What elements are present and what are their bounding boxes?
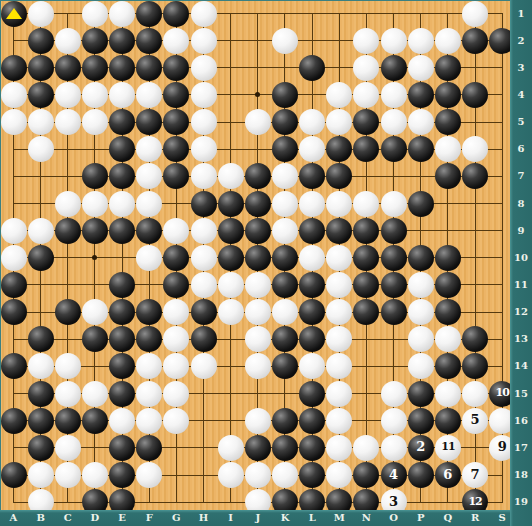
row-label-15: 15 xyxy=(510,386,532,402)
coordinate-strip-right: 12345678910111213141516171819 xyxy=(510,0,532,526)
white-stone-K18[interactable] xyxy=(272,462,298,488)
black-stone-F9[interactable] xyxy=(136,218,162,244)
black-stone-G1[interactable] xyxy=(163,1,189,27)
black-stone-C3[interactable] xyxy=(55,55,81,81)
white-stone-K2[interactable] xyxy=(272,28,298,54)
black-stone-D3[interactable] xyxy=(82,55,108,81)
white-stone-R16[interactable]: 5 xyxy=(462,408,488,434)
white-stone-P5[interactable] xyxy=(408,109,434,135)
black-stone-E9[interactable] xyxy=(109,218,135,244)
black-stone-O3[interactable] xyxy=(381,55,407,81)
coordinate-strip-bottom: ABCDEFGHIJKLMNOPQRS xyxy=(0,510,510,526)
black-stone-D9[interactable] xyxy=(82,218,108,244)
column-label-G: G xyxy=(166,511,186,525)
move-number: 11 xyxy=(441,441,454,452)
white-stone-G9[interactable] xyxy=(163,218,189,244)
black-stone-E5[interactable] xyxy=(109,109,135,135)
white-stone-D4[interactable] xyxy=(82,82,108,108)
black-stone-L17[interactable] xyxy=(299,435,325,461)
white-stone-L10[interactable] xyxy=(299,245,325,271)
black-stone-P15[interactable] xyxy=(408,381,434,407)
white-stone-K8[interactable] xyxy=(272,191,298,217)
white-stone-M8[interactable] xyxy=(326,191,352,217)
white-stone-H7[interactable] xyxy=(191,163,217,189)
white-stone-O2[interactable] xyxy=(381,28,407,54)
row-label-13: 13 xyxy=(510,331,532,347)
column-label-I: I xyxy=(221,511,241,525)
black-stone-E17[interactable] xyxy=(109,435,135,461)
white-stone-P2[interactable] xyxy=(408,28,434,54)
white-stone-I18[interactable] xyxy=(218,462,244,488)
white-stone-F4[interactable] xyxy=(136,82,162,108)
column-label-N: N xyxy=(356,511,376,525)
white-stone-Q17[interactable]: 11 xyxy=(435,435,461,461)
black-stone-P16[interactable] xyxy=(408,408,434,434)
black-stone-B16[interactable] xyxy=(28,408,54,434)
white-stone-B6[interactable] xyxy=(28,136,54,162)
white-stone-H3[interactable] xyxy=(191,55,217,81)
column-label-H: H xyxy=(194,511,214,525)
black-stone-D2[interactable] xyxy=(82,28,108,54)
white-stone-C17[interactable] xyxy=(55,435,81,461)
black-stone-A1[interactable] xyxy=(1,1,27,27)
white-stone-O15[interactable] xyxy=(381,381,407,407)
black-stone-J10[interactable] xyxy=(245,245,271,271)
white-stone-C5[interactable] xyxy=(55,109,81,135)
white-stone-I11[interactable] xyxy=(218,272,244,298)
black-stone-E15[interactable] xyxy=(109,381,135,407)
black-stone-M9[interactable] xyxy=(326,218,352,244)
row-label-11: 11 xyxy=(510,277,532,293)
white-stone-P3[interactable] xyxy=(408,55,434,81)
column-label-S: S xyxy=(492,511,512,525)
column-label-F: F xyxy=(139,511,159,525)
column-label-M: M xyxy=(329,511,349,525)
black-stone-F3[interactable] xyxy=(136,55,162,81)
black-stone-K4[interactable] xyxy=(272,82,298,108)
black-stone-F1[interactable] xyxy=(136,1,162,27)
row-label-1: 1 xyxy=(510,6,532,22)
move-number: 3 xyxy=(389,495,398,508)
white-stone-Q13[interactable] xyxy=(435,326,461,352)
black-stone-J9[interactable] xyxy=(245,218,271,244)
black-stone-R4[interactable] xyxy=(462,82,488,108)
white-stone-O17[interactable] xyxy=(381,435,407,461)
column-label-J: J xyxy=(248,511,268,525)
black-stone-Q11[interactable] xyxy=(435,272,461,298)
white-stone-H1[interactable] xyxy=(191,1,217,27)
white-stone-C2[interactable] xyxy=(55,28,81,54)
black-stone-B4[interactable] xyxy=(28,82,54,108)
black-stone-H13[interactable] xyxy=(191,326,217,352)
white-stone-E1[interactable] xyxy=(109,1,135,27)
white-stone-M10[interactable] xyxy=(326,245,352,271)
black-stone-O10[interactable] xyxy=(381,245,407,271)
black-stone-P8[interactable] xyxy=(408,191,434,217)
black-stone-Q18[interactable]: 6 xyxy=(435,462,461,488)
black-stone-I9[interactable] xyxy=(218,218,244,244)
black-stone-J8[interactable] xyxy=(245,191,271,217)
white-stone-H11[interactable] xyxy=(191,272,217,298)
white-stone-J12[interactable] xyxy=(245,299,271,325)
column-label-D: D xyxy=(85,511,105,525)
white-stone-D15[interactable] xyxy=(82,381,108,407)
move-number: 12 xyxy=(468,496,481,507)
black-stone-Q12[interactable] xyxy=(435,299,461,325)
black-stone-O12[interactable] xyxy=(381,299,407,325)
black-stone-Q16[interactable] xyxy=(435,408,461,434)
column-label-R: R xyxy=(465,511,485,525)
black-stone-E11[interactable] xyxy=(109,272,135,298)
row-label-8: 8 xyxy=(510,196,532,212)
black-stone-P18[interactable] xyxy=(408,462,434,488)
column-label-Q: Q xyxy=(438,511,458,525)
white-stone-G16[interactable] xyxy=(163,408,189,434)
column-label-A: A xyxy=(4,511,24,525)
black-stone-A14[interactable] xyxy=(1,353,27,379)
white-stone-A9[interactable] xyxy=(1,218,27,244)
black-stone-F2[interactable] xyxy=(136,28,162,54)
white-stone-I12[interactable] xyxy=(218,299,244,325)
white-stone-C15[interactable] xyxy=(55,381,81,407)
black-stone-L15[interactable] xyxy=(299,381,325,407)
go-board-panel: 1052119467312 12345678910111213141516171… xyxy=(0,0,532,526)
white-stone-O5[interactable] xyxy=(381,109,407,135)
white-stone-P12[interactable] xyxy=(408,299,434,325)
white-stone-J16[interactable] xyxy=(245,408,271,434)
black-stone-K16[interactable] xyxy=(272,408,298,434)
white-stone-E8[interactable] xyxy=(109,191,135,217)
black-stone-A16[interactable] xyxy=(1,408,27,434)
black-stone-H8[interactable] xyxy=(191,191,217,217)
white-stone-G2[interactable] xyxy=(163,28,189,54)
white-stone-H4[interactable] xyxy=(191,82,217,108)
black-stone-I8[interactable] xyxy=(218,191,244,217)
column-label-B: B xyxy=(31,511,51,525)
black-stone-Q10[interactable] xyxy=(435,245,461,271)
black-stone-A11[interactable] xyxy=(1,272,27,298)
white-stone-L8[interactable] xyxy=(299,191,325,217)
black-stone-G3[interactable] xyxy=(163,55,189,81)
white-stone-M17[interactable] xyxy=(326,435,352,461)
white-stone-H2[interactable] xyxy=(191,28,217,54)
row-label-7: 7 xyxy=(510,168,532,184)
black-stone-B13[interactable] xyxy=(28,326,54,352)
black-stone-P6[interactable] xyxy=(408,136,434,162)
black-stone-E18[interactable] xyxy=(109,462,135,488)
row-label-18: 18 xyxy=(510,467,532,483)
white-stone-C4[interactable] xyxy=(55,82,81,108)
black-stone-P17[interactable]: 2 xyxy=(408,435,434,461)
white-stone-F15[interactable] xyxy=(136,381,162,407)
white-stone-B14[interactable] xyxy=(28,353,54,379)
move-number: 10 xyxy=(496,387,509,398)
black-stone-C9[interactable] xyxy=(55,218,81,244)
move-number: 9 xyxy=(498,440,507,453)
row-label-14: 14 xyxy=(510,358,532,374)
black-stone-P4[interactable] xyxy=(408,82,434,108)
white-stone-H14[interactable] xyxy=(191,353,217,379)
white-stone-A10[interactable] xyxy=(1,245,27,271)
white-stone-D12[interactable] xyxy=(82,299,108,325)
black-stone-L9[interactable] xyxy=(299,218,325,244)
black-stone-K5[interactable] xyxy=(272,109,298,135)
black-stone-Q5[interactable] xyxy=(435,109,461,135)
black-stone-P10[interactable] xyxy=(408,245,434,271)
black-stone-L11[interactable] xyxy=(299,272,325,298)
black-stone-B17[interactable] xyxy=(28,435,54,461)
row-label-4: 4 xyxy=(510,87,532,103)
white-stone-E16[interactable] xyxy=(109,408,135,434)
column-label-O: O xyxy=(384,511,404,525)
row-label-16: 16 xyxy=(510,413,532,429)
white-stone-D8[interactable] xyxy=(82,191,108,217)
white-stone-C8[interactable] xyxy=(55,191,81,217)
white-stone-K12[interactable] xyxy=(272,299,298,325)
black-stone-L16[interactable] xyxy=(299,408,325,434)
white-stone-Q6[interactable] xyxy=(435,136,461,162)
black-stone-J17[interactable] xyxy=(245,435,271,461)
row-label-17: 17 xyxy=(510,440,532,456)
white-stone-M16[interactable] xyxy=(326,408,352,434)
white-stone-J11[interactable] xyxy=(245,272,271,298)
white-stone-H6[interactable] xyxy=(191,136,217,162)
white-stone-A4[interactable] xyxy=(1,82,27,108)
triangle-marker xyxy=(6,8,22,19)
white-stone-C18[interactable] xyxy=(55,462,81,488)
white-stone-B9[interactable] xyxy=(28,218,54,244)
black-stone-H12[interactable] xyxy=(191,299,217,325)
column-label-K: K xyxy=(275,511,295,525)
black-stone-A18[interactable] xyxy=(1,462,27,488)
black-stone-O18[interactable]: 4 xyxy=(381,462,407,488)
white-stone-B5[interactable] xyxy=(28,109,54,135)
white-stone-G15[interactable] xyxy=(163,381,189,407)
white-stone-J5[interactable] xyxy=(245,109,271,135)
black-stone-K17[interactable] xyxy=(272,435,298,461)
move-number: 2 xyxy=(416,440,425,453)
black-stone-N9[interactable] xyxy=(353,218,379,244)
white-stone-Q2[interactable] xyxy=(435,28,461,54)
white-stone-O4[interactable] xyxy=(381,82,407,108)
white-stone-J13[interactable] xyxy=(245,326,271,352)
white-stone-E4[interactable] xyxy=(109,82,135,108)
white-stone-Q15[interactable] xyxy=(435,381,461,407)
white-stone-D5[interactable] xyxy=(82,109,108,135)
black-stone-A12[interactable] xyxy=(1,299,27,325)
goban[interactable]: 1052119467312 xyxy=(0,0,512,512)
white-stone-B18[interactable] xyxy=(28,462,54,488)
black-stone-R2[interactable] xyxy=(462,28,488,54)
black-stone-O11[interactable] xyxy=(381,272,407,298)
white-stone-F8[interactable] xyxy=(136,191,162,217)
black-stone-K10[interactable] xyxy=(272,245,298,271)
white-stone-F10[interactable] xyxy=(136,245,162,271)
column-label-E: E xyxy=(112,511,132,525)
white-stone-A5[interactable] xyxy=(1,109,27,135)
black-stone-O9[interactable] xyxy=(381,218,407,244)
black-stone-K11[interactable] xyxy=(272,272,298,298)
black-stone-B10[interactable] xyxy=(28,245,54,271)
white-stone-H5[interactable] xyxy=(191,109,217,135)
row-label-10: 10 xyxy=(510,250,532,266)
column-label-P: P xyxy=(411,511,431,525)
black-stone-C12[interactable] xyxy=(55,299,81,325)
column-label-C: C xyxy=(58,511,78,525)
white-stone-P11[interactable] xyxy=(408,272,434,298)
black-stone-O6[interactable] xyxy=(381,136,407,162)
black-stone-F17[interactable] xyxy=(136,435,162,461)
black-stone-B15[interactable] xyxy=(28,381,54,407)
black-stone-Q3[interactable] xyxy=(435,55,461,81)
row-label-6: 6 xyxy=(510,141,532,157)
white-stone-K9[interactable] xyxy=(272,218,298,244)
white-stone-D18[interactable] xyxy=(82,462,108,488)
white-stone-H10[interactable] xyxy=(191,245,217,271)
white-stone-B1[interactable] xyxy=(28,1,54,27)
white-stone-R18[interactable]: 7 xyxy=(462,462,488,488)
move-number: 7 xyxy=(471,468,480,481)
column-label-L: L xyxy=(302,511,322,525)
black-stone-E2[interactable] xyxy=(109,28,135,54)
move-number: 4 xyxy=(389,468,398,481)
row-label-12: 12 xyxy=(510,304,532,320)
black-stone-Q4[interactable] xyxy=(435,82,461,108)
white-stone-P13[interactable] xyxy=(408,326,434,352)
black-stone-C16[interactable] xyxy=(55,408,81,434)
white-stone-O16[interactable] xyxy=(381,408,407,434)
white-stone-H9[interactable] xyxy=(191,218,217,244)
white-stone-J18[interactable] xyxy=(245,462,271,488)
black-stone-B3[interactable] xyxy=(28,55,54,81)
white-stone-R15[interactable] xyxy=(462,381,488,407)
move-number: 6 xyxy=(443,468,452,481)
white-stone-N8[interactable] xyxy=(353,191,379,217)
white-stone-D1[interactable] xyxy=(82,1,108,27)
black-stone-D16[interactable] xyxy=(82,408,108,434)
row-label-5: 5 xyxy=(510,114,532,130)
black-stone-B2[interactable] xyxy=(28,28,54,54)
row-label-2: 2 xyxy=(510,33,532,49)
white-stone-R1[interactable] xyxy=(462,1,488,27)
white-stone-F16[interactable] xyxy=(136,408,162,434)
white-stone-I7[interactable] xyxy=(218,163,244,189)
black-stone-E3[interactable] xyxy=(109,55,135,81)
white-stone-O8[interactable] xyxy=(381,191,407,217)
black-stone-L3[interactable] xyxy=(299,55,325,81)
move-number: 5 xyxy=(471,413,480,426)
row-label-19: 19 xyxy=(510,494,532,510)
white-stone-I17[interactable] xyxy=(218,435,244,461)
black-stone-A3[interactable] xyxy=(1,55,27,81)
white-stone-M15[interactable] xyxy=(326,381,352,407)
row-label-9: 9 xyxy=(510,223,532,239)
black-stone-L18[interactable] xyxy=(299,462,325,488)
black-stone-I10[interactable] xyxy=(218,245,244,271)
row-label-3: 3 xyxy=(510,60,532,76)
white-stone-N2[interactable] xyxy=(353,28,379,54)
